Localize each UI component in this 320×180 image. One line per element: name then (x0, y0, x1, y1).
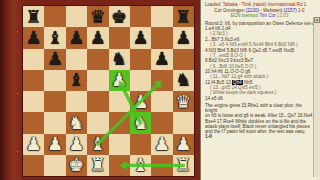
square-f7[interactable]: ♟ (130, 27, 151, 48)
square-a7[interactable]: ♟ (23, 27, 44, 48)
piece-black-rook: ♜ (26, 8, 42, 26)
piece-black-pawn: ♟ (47, 50, 63, 68)
square-d2[interactable]: ♝ (87, 134, 108, 155)
square-d7[interactable]: ♟ (87, 27, 108, 48)
square-g8[interactable] (151, 6, 172, 27)
square-c1[interactable]: ♚ (66, 155, 87, 176)
piece-black-bishop: ♝ (68, 71, 84, 89)
square-c5[interactable]: ♝ (66, 70, 87, 91)
comment-line: on h5 is loose and g6 is weak. After 15.… (205, 113, 314, 118)
square-e1[interactable] (109, 155, 130, 176)
analysis-panel: Loaded: Tabaka - Timk (rated) Internatio… (200, 0, 320, 180)
square-h4[interactable]: ♛ (173, 91, 194, 112)
square-d3[interactable] (87, 112, 108, 133)
square-b2[interactable]: ♟ (44, 134, 65, 155)
square-g6[interactable]: ♟ (151, 49, 172, 70)
frame-screw-icon (16, 150, 19, 153)
square-a6[interactable] (23, 49, 44, 70)
comment-line: The engine gives 15.Rhe1 with a clear pl… (205, 103, 314, 113)
square-h5[interactable]: ♞ (173, 70, 194, 91)
move-list: Round 2: b6, by transposition an Owen De… (205, 21, 314, 101)
piece-white-bishop: ♝ (132, 156, 148, 174)
square-d8[interactable]: ♛ (87, 6, 108, 27)
scrollbar-track[interactable] (313, 17, 320, 177)
square-g5[interactable] (151, 70, 172, 91)
piece-white-bishop: ♝ (90, 135, 106, 153)
piece-black-rook: ♜ (175, 8, 191, 26)
square-e5[interactable]: ♟ (109, 70, 130, 91)
square-h6[interactable] (173, 49, 194, 70)
square-c6[interactable] (66, 49, 87, 70)
square-c2[interactable]: ♟ (66, 134, 87, 155)
piece-white-pawn: ♟ (68, 135, 84, 153)
piece-black-knight: ♞ (111, 50, 127, 68)
piece-black-queen: ♛ (90, 8, 106, 26)
app-window: ♜♛♚♜♟♝♟♟♟♟♟♞♟♝♟♞♟♛♞♞♟♟♟♝♟♟♚♜♝♜ Loaded: T… (0, 0, 320, 180)
square-g2[interactable]: ♟ (151, 134, 172, 155)
square-c7[interactable]: ♟ (66, 27, 87, 48)
square-d5[interactable] (87, 70, 108, 91)
square-f8[interactable] (130, 6, 151, 27)
piece-white-pawn: ♟ (175, 135, 191, 153)
square-b7[interactable]: ♝ (44, 27, 65, 48)
square-e8[interactable]: ♚ (109, 6, 130, 27)
square-f5[interactable] (130, 70, 151, 91)
scroll-up-button[interactable]: ▲ (314, 17, 320, 23)
square-a3[interactable] (23, 112, 44, 133)
square-f1[interactable]: ♝ (130, 155, 151, 176)
square-f2[interactable] (130, 134, 151, 155)
square-b8[interactable] (44, 6, 65, 27)
annotation-text: The engine gives 15.Rhe1 with a clear pl… (205, 103, 314, 134)
square-d6[interactable] (87, 49, 108, 70)
square-b6[interactable]: ♟ (44, 49, 65, 70)
square-g1[interactable] (151, 155, 172, 176)
square-a5[interactable] (23, 70, 44, 91)
square-b4[interactable] (44, 91, 65, 112)
comment-line: and the f7 pawn fell soon after, the res… (205, 129, 314, 134)
piece-white-pawn: ♟ (111, 71, 127, 89)
header-line: ECN toernooi Tim Cor 21:03 (205, 13, 314, 19)
move-line[interactable]: 14.e5 d6 (205, 96, 314, 101)
square-f3[interactable]: ♞ (130, 112, 151, 133)
piece-white-knight: ♞ (68, 114, 84, 132)
piece-black-pawn: ♟ (132, 29, 148, 47)
square-b5[interactable] (44, 70, 65, 91)
square-g3[interactable] (151, 112, 172, 133)
square-g7[interactable] (151, 27, 172, 48)
piece-white-pawn: ♟ (47, 135, 63, 153)
square-h3[interactable] (173, 112, 194, 133)
game-header: Loaded: Tabaka - Timk (rated) Internatio… (205, 2, 314, 19)
square-f6[interactable] (130, 49, 151, 70)
square-g4[interactable] (151, 91, 172, 112)
piece-black-pawn: ♟ (26, 29, 42, 47)
game-result: 1-0 (205, 134, 314, 140)
frame-screw-icon (16, 92, 19, 95)
square-d4[interactable] (87, 91, 108, 112)
piece-black-pawn: ♟ (68, 29, 84, 47)
piece-black-pawn: ♟ (90, 29, 106, 47)
square-e6[interactable]: ♞ (109, 49, 130, 70)
frame-screw-icon (16, 30, 19, 33)
square-a1[interactable] (23, 155, 44, 176)
square-d1[interactable]: ♜ (87, 155, 108, 176)
piece-white-rook: ♜ (90, 156, 106, 174)
square-e7[interactable] (109, 27, 130, 48)
square-h8[interactable]: ♜ (173, 6, 194, 27)
piece-white-pawn: ♟ (154, 135, 170, 153)
piece-black-king: ♚ (111, 8, 127, 26)
piece-white-pawn: ♟ (132, 93, 148, 111)
square-c8[interactable] (66, 6, 87, 27)
piece-white-queen: ♛ (175, 93, 191, 111)
comment-line: Bxe4 17.Rxe4 White doubles on the d-file… (205, 119, 314, 124)
square-h2[interactable]: ♟ (173, 134, 194, 155)
square-h7[interactable]: ♟ (173, 27, 194, 48)
square-f4[interactable]: ♟ (130, 91, 151, 112)
square-a4[interactable] (23, 91, 44, 112)
chess-board[interactable]: ♜♛♚♜♟♝♟♟♟♟♟♞♟♝♟♞♟♛♞♞♟♟♟♝♟♟♚♜♝♜ (23, 6, 194, 176)
square-c4[interactable] (66, 91, 87, 112)
piece-black-knight: ♞ (175, 71, 191, 89)
square-e2[interactable] (109, 134, 130, 155)
piece-black-pawn: ♟ (175, 29, 191, 47)
piece-white-pawn: ♟ (26, 135, 42, 153)
square-b3[interactable] (44, 112, 65, 133)
square-a8[interactable]: ♜ (23, 6, 44, 27)
square-b1[interactable] (44, 155, 65, 176)
piece-white-king: ♚ (68, 156, 84, 174)
piece-black-bishop: ♝ (47, 29, 63, 47)
square-a2[interactable]: ♟ (23, 134, 44, 155)
selected-move[interactable]: Qh4 (232, 80, 243, 85)
square-c3[interactable]: ♞ (66, 112, 87, 133)
square-e4[interactable] (109, 91, 130, 112)
piece-white-rook: ♜ (175, 156, 191, 174)
piece-white-knight: ♞ (132, 114, 148, 132)
variation-line[interactable]: ( 3...e5 4.Nf3 exd4 5.Nxd4 Bb4 6.Bd3 Nf6… (205, 42, 314, 47)
square-e3[interactable] (109, 112, 130, 133)
piece-black-pawn: ♟ (154, 50, 170, 68)
square-h1[interactable]: ♜ (173, 155, 194, 176)
